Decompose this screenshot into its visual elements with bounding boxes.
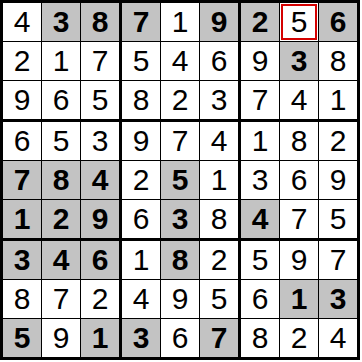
sudoku-cell[interactable]: 4 [319,319,357,357]
sudoku-cell[interactable]: 3 [3,241,42,280]
sudoku-cell[interactable]: 8 [42,161,81,200]
sudoku-cell[interactable]: 3 [241,161,280,200]
sudoku-cell[interactable]: 1 [161,3,200,42]
sudoku-cell[interactable]: 1 [42,42,81,81]
sudoku-cell[interactable]: 9 [241,42,280,81]
sudoku-cell[interactable]: 6 [122,200,161,241]
sudoku-cell[interactable]: 8 [200,200,241,241]
sudoku-cell[interactable]: 9 [81,200,122,241]
sudoku-cell[interactable]: 9 [42,319,81,357]
sudoku-cell[interactable]: 7 [280,200,319,241]
sudoku-cell[interactable]: 4 [161,42,200,81]
sudoku-cell[interactable]: 3 [200,81,241,122]
sudoku-cell[interactable]: 1 [3,200,42,241]
sudoku-page: 4387192562175469389658237416539741827842… [0,0,362,362]
sudoku-cell[interactable]: 8 [3,280,42,319]
sudoku-cell[interactable]: 4 [3,3,42,42]
sudoku-cell[interactable]: 6 [280,161,319,200]
sudoku-cell[interactable]: 2 [200,241,241,280]
sudoku-cell[interactable]: 4 [42,241,81,280]
selected-cell[interactable]: 5 [280,3,319,42]
sudoku-cell[interactable]: 4 [200,122,241,161]
sudoku-cell[interactable]: 9 [3,81,42,122]
sudoku-cell[interactable]: 6 [241,280,280,319]
sudoku-cell[interactable]: 2 [241,3,280,42]
sudoku-cell[interactable]: 9 [280,241,319,280]
sudoku-cell[interactable]: 1 [280,280,319,319]
sudoku-cell[interactable]: 5 [42,122,81,161]
sudoku-cell[interactable]: 5 [122,42,161,81]
sudoku-cell[interactable]: 4 [241,200,280,241]
sudoku-cell[interactable]: 8 [280,122,319,161]
sudoku-cell[interactable]: 7 [42,280,81,319]
sudoku-cell[interactable]: 5 [200,280,241,319]
sudoku-cell[interactable]: 9 [161,280,200,319]
sudoku-cell[interactable]: 2 [280,319,319,357]
sudoku-cell[interactable]: 6 [200,42,241,81]
sudoku-cell[interactable]: 7 [200,319,241,357]
sudoku-cell[interactable]: 1 [122,241,161,280]
sudoku-cell[interactable]: 7 [3,161,42,200]
sudoku-cell[interactable]: 8 [241,319,280,357]
sudoku-cell[interactable]: 3 [280,42,319,81]
sudoku-cell[interactable]: 6 [161,319,200,357]
sudoku-cell[interactable]: 2 [42,200,81,241]
sudoku-cell[interactable]: 3 [122,319,161,357]
sudoku-cell[interactable]: 9 [122,122,161,161]
sudoku-cell[interactable]: 6 [42,81,81,122]
sudoku-cell[interactable]: 5 [241,241,280,280]
sudoku-cell[interactable]: 1 [200,161,241,200]
sudoku-cell[interactable]: 8 [122,81,161,122]
sudoku-cell[interactable]: 1 [81,319,122,357]
sudoku-cell[interactable]: 4 [122,280,161,319]
sudoku-cell[interactable]: 2 [122,161,161,200]
sudoku-cell[interactable]: 4 [280,81,319,122]
sudoku-cell[interactable]: 3 [81,122,122,161]
sudoku-cell[interactable]: 1 [319,81,357,122]
sudoku-cell[interactable]: 7 [122,3,161,42]
sudoku-cell[interactable]: 9 [200,3,241,42]
sudoku-cell[interactable]: 3 [319,280,357,319]
sudoku-cell[interactable]: 5 [3,319,42,357]
sudoku-cell[interactable]: 3 [161,200,200,241]
sudoku-cell[interactable]: 3 [42,3,81,42]
sudoku-cell[interactable]: 1 [241,122,280,161]
sudoku-cell[interactable]: 7 [241,81,280,122]
sudoku-board: 4387192562175469389658237416539741827842… [0,0,360,360]
sudoku-cell[interactable]: 4 [81,161,122,200]
sudoku-cell[interactable]: 6 [319,3,357,42]
sudoku-cell[interactable]: 5 [319,200,357,241]
sudoku-cell[interactable]: 6 [81,241,122,280]
sudoku-cell[interactable]: 7 [161,122,200,161]
sudoku-cell[interactable]: 5 [161,161,200,200]
sudoku-cell[interactable]: 6 [3,122,42,161]
sudoku-cell[interactable]: 5 [81,81,122,122]
sudoku-cell[interactable]: 8 [81,3,122,42]
sudoku-cell[interactable]: 2 [81,280,122,319]
sudoku-cell[interactable]: 2 [319,122,357,161]
sudoku-cell[interactable]: 2 [3,42,42,81]
sudoku-cell[interactable]: 8 [319,42,357,81]
sudoku-cell[interactable]: 7 [81,42,122,81]
sudoku-cell[interactable]: 8 [161,241,200,280]
sudoku-cell[interactable]: 7 [319,241,357,280]
sudoku-cell[interactable]: 9 [319,161,357,200]
sudoku-cell[interactable]: 2 [161,81,200,122]
